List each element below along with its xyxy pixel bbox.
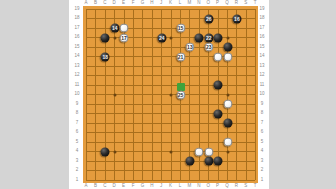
grid-vertical-line	[246, 9, 247, 180]
row-label-left: 14	[74, 53, 79, 59]
black-stone-C4	[101, 147, 110, 156]
row-label-left: 5	[76, 139, 79, 145]
column-label-top: G	[141, 0, 145, 6]
hoshi-point	[113, 36, 116, 39]
row-label-right: 17	[259, 25, 264, 31]
row-label-left: 8	[76, 110, 79, 116]
hoshi-point	[170, 36, 173, 39]
column-label-top: T	[254, 0, 257, 6]
column-label-top: F	[132, 0, 135, 6]
move-number-label: 17	[121, 33, 127, 42]
black-stone-O18: 26	[204, 14, 213, 23]
column-label-bottom: G	[141, 183, 145, 189]
column-label-top: C	[103, 0, 106, 6]
column-label-top: P	[216, 0, 219, 6]
column-label-top: B	[94, 0, 97, 6]
column-label-bottom: C	[103, 183, 106, 189]
column-label-top: H	[150, 0, 153, 6]
black-stone-P16	[214, 33, 223, 42]
hoshi-point	[113, 150, 116, 153]
black-stone-Q7	[223, 119, 232, 128]
move-number-label: 26	[206, 14, 212, 23]
grid-horizontal-line	[86, 180, 255, 181]
row-label-right: 5	[261, 139, 264, 145]
row-label-left: 6	[76, 129, 79, 135]
row-label-left: 3	[76, 158, 79, 164]
white-stone-N4	[195, 147, 204, 156]
white-stone-E17	[120, 24, 129, 33]
row-label-right: 4	[261, 148, 264, 154]
column-label-top: Q	[225, 0, 229, 6]
black-stone-C16	[101, 33, 110, 42]
black-stone-D17: 14	[110, 24, 119, 33]
white-stone-L10: 25	[176, 90, 185, 99]
move-number-label: 14	[112, 24, 118, 33]
row-label-right: 6	[261, 129, 264, 135]
white-stone-P14	[214, 52, 223, 61]
white-stone-Q9	[223, 100, 232, 109]
column-label-top: D	[113, 0, 116, 6]
go-app-screenshot: { "game": "go", "board": { "size": 19, "…	[0, 0, 336, 189]
row-label-left: 2	[76, 167, 79, 173]
black-stone-J16: 24	[157, 33, 166, 42]
white-stone-L14: 21	[176, 52, 185, 61]
column-label-bottom: O	[206, 183, 210, 189]
column-label-bottom: L	[179, 183, 182, 189]
black-stone-M3	[185, 157, 194, 166]
grid-vertical-line	[236, 9, 237, 180]
white-stone-E16: 17	[120, 33, 129, 42]
column-label-bottom: E	[122, 183, 125, 189]
column-label-top: M	[188, 0, 192, 6]
move-number-label: 18	[103, 52, 109, 61]
move-number-label: 22	[206, 33, 212, 42]
move-number-label: 15	[178, 24, 184, 33]
row-label-left: 15	[74, 44, 79, 50]
column-label-bottom: N	[197, 183, 200, 189]
row-label-left: 7	[76, 120, 79, 126]
column-label-top: J	[160, 0, 162, 6]
row-label-left: 1	[76, 177, 79, 183]
move-number-label: 23	[206, 43, 212, 52]
move-number-label: 21	[178, 52, 184, 61]
row-label-right: 16	[259, 34, 264, 40]
black-stone-P3	[214, 157, 223, 166]
row-label-right: 9	[261, 101, 264, 107]
white-stone-O15: 23	[204, 43, 213, 52]
row-label-right: 1	[261, 177, 264, 183]
row-label-right: 8	[261, 110, 264, 116]
column-label-bottom: M	[188, 183, 192, 189]
black-stone-R18: 16	[232, 14, 241, 23]
row-label-left: 12	[74, 72, 79, 78]
white-stone-Q14	[223, 52, 232, 61]
hoshi-point	[113, 93, 116, 96]
hoshi-point	[226, 93, 229, 96]
row-label-left: 9	[76, 101, 79, 107]
row-label-right: 18	[259, 15, 264, 21]
column-label-top: R	[235, 0, 238, 6]
row-label-right: 13	[259, 63, 264, 69]
white-stone-O4	[204, 147, 213, 156]
row-label-right: 3	[261, 158, 264, 164]
column-label-top: S	[244, 0, 247, 6]
row-label-right: 19	[259, 6, 264, 12]
row-label-left: 13	[74, 63, 79, 69]
row-label-left: 16	[74, 34, 79, 40]
black-stone-P11	[214, 81, 223, 90]
row-label-left: 4	[76, 148, 79, 154]
row-label-right: 14	[259, 53, 264, 59]
column-label-bottom: H	[150, 183, 153, 189]
column-label-bottom: J	[160, 183, 162, 189]
column-label-top: O	[206, 0, 210, 6]
grid-horizontal-line	[86, 132, 255, 133]
white-stone-M15: 13	[185, 43, 194, 52]
row-label-left: 18	[74, 15, 79, 21]
hoshi-point	[226, 36, 229, 39]
black-stone-C14: 18	[101, 52, 110, 61]
column-label-bottom: T	[254, 183, 257, 189]
column-label-bottom: B	[94, 183, 97, 189]
move-number-label: 25	[178, 90, 184, 99]
row-label-left: 11	[75, 82, 80, 88]
column-label-top: A	[84, 0, 87, 6]
row-label-right: 10	[259, 91, 264, 97]
grid-horizontal-line	[86, 161, 255, 162]
white-stone-Q5	[223, 138, 232, 147]
black-stone-O3	[204, 157, 213, 166]
row-label-right: 12	[259, 72, 264, 78]
column-label-bottom: S	[244, 183, 247, 189]
row-label-right: 7	[261, 120, 264, 126]
grid-horizontal-line	[86, 113, 255, 114]
hoshi-point	[170, 93, 173, 96]
hoshi-point	[170, 150, 173, 153]
row-label-right: 15	[259, 44, 264, 50]
move-number-label: 24	[159, 33, 165, 42]
row-label-left: 19	[74, 6, 79, 12]
column-label-top: N	[197, 0, 200, 6]
white-stone-L17: 15	[176, 24, 185, 33]
grid-horizontal-line	[86, 170, 255, 171]
row-label-right: 11	[260, 82, 265, 88]
row-label-left: 17	[74, 25, 79, 31]
black-stone-Q15	[223, 43, 232, 52]
grid-vertical-line	[189, 9, 190, 180]
column-label-bottom: A	[84, 183, 87, 189]
row-label-left: 10	[74, 91, 79, 97]
grid-vertical-line	[255, 9, 256, 180]
column-label-top: L	[179, 0, 182, 6]
column-label-bottom: F	[132, 183, 135, 189]
column-label-bottom: R	[235, 183, 238, 189]
column-label-bottom: K	[169, 183, 172, 189]
row-label-right: 2	[261, 167, 264, 173]
go-board[interactable]: 141824222616171513212325	[83, 6, 258, 183]
column-label-bottom: Q	[225, 183, 229, 189]
column-label-top: K	[169, 0, 172, 6]
column-label-bottom: D	[113, 183, 116, 189]
move-number-label: 13	[187, 43, 193, 52]
hoshi-point	[226, 150, 229, 153]
black-stone-P8	[214, 109, 223, 118]
black-stone-N16	[195, 33, 204, 42]
move-number-label: 16	[234, 14, 240, 23]
column-label-top: E	[122, 0, 125, 6]
black-stone-O16: 22	[204, 33, 213, 42]
column-label-bottom: P	[216, 183, 219, 189]
